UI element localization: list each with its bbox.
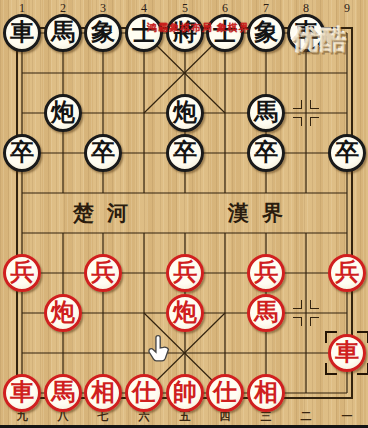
star-point-marker bbox=[293, 100, 319, 126]
piece-glyph: 仕 bbox=[132, 380, 156, 404]
piece-glyph: 卒 bbox=[254, 140, 278, 164]
piece-red-general[interactable]: 帥 bbox=[166, 374, 204, 412]
file-label-top: 9 bbox=[344, 1, 350, 16]
piece-glyph: 兵 bbox=[10, 260, 34, 284]
piece-red-horse[interactable]: 馬 bbox=[44, 374, 82, 412]
piece-red-advisor[interactable]: 仕 bbox=[125, 374, 163, 412]
river-label-left: 楚河 bbox=[73, 199, 141, 227]
piece-glyph: 馬 bbox=[51, 20, 75, 44]
piece-glyph: 卒 bbox=[335, 140, 359, 164]
piece-glyph: 車 bbox=[335, 340, 359, 364]
piece-glyph: 象 bbox=[91, 20, 115, 44]
piece-glyph: 馬 bbox=[254, 100, 278, 124]
piece-red-elephant[interactable]: 相 bbox=[84, 374, 122, 412]
piece-black-soldier[interactable]: 卒 bbox=[3, 134, 41, 172]
piece-red-soldier[interactable]: 兵 bbox=[247, 254, 285, 292]
piece-red-chariot[interactable]: 車 bbox=[328, 334, 366, 372]
piece-black-soldier[interactable]: 卒 bbox=[247, 134, 285, 172]
piece-glyph: 帥 bbox=[173, 380, 197, 404]
piece-glyph: 仕 bbox=[213, 380, 237, 404]
piece-glyph: 兵 bbox=[91, 260, 115, 284]
piece-glyph: 兵 bbox=[254, 260, 278, 284]
piece-red-advisor[interactable]: 仕 bbox=[206, 374, 244, 412]
board-grid[interactable] bbox=[0, 0, 368, 428]
piece-black-chariot[interactable]: 車 bbox=[3, 14, 41, 52]
piece-glyph: 炮 bbox=[51, 300, 75, 324]
piece-black-soldier[interactable]: 卒 bbox=[166, 134, 204, 172]
piece-black-horse[interactable]: 馬 bbox=[247, 94, 285, 132]
piece-red-elephant[interactable]: 相 bbox=[247, 374, 285, 412]
piece-black-soldier[interactable]: 卒 bbox=[84, 134, 122, 172]
piece-glyph: 車 bbox=[10, 380, 34, 404]
piece-glyph: 相 bbox=[91, 380, 115, 404]
piece-glyph: 卒 bbox=[10, 140, 34, 164]
piece-glyph: 炮 bbox=[51, 100, 75, 124]
piece-glyph: 兵 bbox=[335, 260, 359, 284]
xiangqi-board-screen: 123456789 九八七六五四三二一 楚河 漢界 車馬象士將士象車炮炮馬卒卒卒… bbox=[0, 0, 368, 428]
river-label-right: 漢界 bbox=[228, 199, 296, 227]
piece-glyph: 炮 bbox=[173, 100, 197, 124]
piece-black-cannon[interactable]: 炮 bbox=[44, 94, 82, 132]
file-label-bottom: 一 bbox=[342, 409, 353, 424]
piece-black-horse[interactable]: 馬 bbox=[44, 14, 82, 52]
piece-red-soldier[interactable]: 兵 bbox=[3, 254, 41, 292]
piece-black-elephant[interactable]: 象 bbox=[84, 14, 122, 52]
file-label-bottom: 二 bbox=[301, 409, 312, 424]
red-watermark-text: 鸿霸象棋布局 象棋界 bbox=[147, 21, 250, 35]
piece-glyph: 相 bbox=[254, 380, 278, 404]
piece-red-horse[interactable]: 馬 bbox=[247, 294, 285, 332]
piece-glyph: 炮 bbox=[173, 300, 197, 324]
piece-glyph: 卒 bbox=[173, 140, 197, 164]
piece-black-soldier[interactable]: 卒 bbox=[328, 134, 366, 172]
piece-glyph: 卒 bbox=[91, 140, 115, 164]
piece-glyph: 象 bbox=[254, 20, 278, 44]
youku-logo: 优酷 bbox=[292, 22, 348, 58]
piece-black-elephant[interactable]: 象 bbox=[247, 14, 285, 52]
piece-glyph: 馬 bbox=[254, 300, 278, 324]
piece-black-cannon[interactable]: 炮 bbox=[166, 94, 204, 132]
piece-red-chariot[interactable]: 車 bbox=[3, 374, 41, 412]
piece-red-cannon[interactable]: 炮 bbox=[44, 294, 82, 332]
piece-glyph: 車 bbox=[10, 20, 34, 44]
piece-glyph: 兵 bbox=[173, 260, 197, 284]
piece-red-soldier[interactable]: 兵 bbox=[84, 254, 122, 292]
piece-red-cannon[interactable]: 炮 bbox=[166, 294, 204, 332]
piece-red-soldier[interactable]: 兵 bbox=[166, 254, 204, 292]
piece-glyph: 馬 bbox=[51, 380, 75, 404]
star-point-marker bbox=[293, 300, 319, 326]
piece-red-soldier[interactable]: 兵 bbox=[328, 254, 366, 292]
